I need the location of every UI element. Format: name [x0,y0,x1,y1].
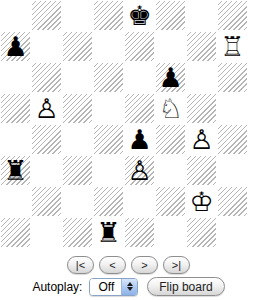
square-a3: ♜ [0,155,31,186]
square-g3 [186,155,217,186]
square-f4 [155,124,186,155]
square-h3 [217,155,248,186]
square-a6 [0,62,31,93]
square-h5 [217,93,248,124]
square-b1 [31,217,62,248]
square-e5 [124,93,155,124]
square-h1 [217,217,248,248]
piece-black-pawn: ♟ [124,124,155,155]
piece-white-pawn: ♙ [31,93,62,124]
square-c8 [62,0,93,31]
square-a7: ♟ [0,31,31,62]
piece-white-pawn: ♙ [186,124,217,155]
square-h7: ♖ [217,31,248,62]
square-c5 [62,93,93,124]
popup-stepper-icon [121,279,137,295]
go-next-button[interactable]: > [131,256,158,274]
square-g6 [186,62,217,93]
square-b7 [31,31,62,62]
square-d3 [93,155,124,186]
square-a5 [0,93,31,124]
square-b6 [31,62,62,93]
square-d5 [93,93,124,124]
square-a4 [0,124,31,155]
square-b8 [31,0,62,31]
square-f8 [155,0,186,31]
move-navigation: |< < > >| [0,256,257,274]
square-a8 [0,0,31,31]
square-g4: ♙ [186,124,217,155]
go-previous-button[interactable]: < [99,256,126,274]
square-g2: ♔ [186,186,217,217]
square-e8: ♚ [124,0,155,31]
square-d7 [93,31,124,62]
piece-black-king: ♚ [124,0,155,31]
square-d4 [93,124,124,155]
square-h8 [217,0,248,31]
square-g1 [186,217,217,248]
square-h6 [217,62,248,93]
autoplay-select[interactable]: Off [89,278,138,296]
piece-white-pawn: ♙ [124,155,155,186]
square-e6 [124,62,155,93]
square-g7 [186,31,217,62]
square-a2 [0,186,31,217]
autoplay-selected-value: Off [90,279,121,295]
square-c3 [62,155,93,186]
square-e3: ♙ [124,155,155,186]
square-b4 [31,124,62,155]
square-b3 [31,155,62,186]
flip-board-button[interactable]: Flip board [147,277,224,296]
chess-viewer: ♚♟♖♟♙♘♟♙♜♙♔♜ |< < > >| Autoplay: Off Fli… [0,0,257,300]
square-d1: ♜ [93,217,124,248]
go-first-button[interactable]: |< [67,256,94,274]
square-h4 [217,124,248,155]
square-c4 [62,124,93,155]
square-f2 [155,186,186,217]
square-d2 [93,186,124,217]
piece-white-king: ♔ [186,186,217,217]
autoplay-label: Autoplay: [32,280,82,294]
square-g5 [186,93,217,124]
piece-black-rook: ♜ [93,217,124,248]
piece-white-knight: ♘ [155,93,186,124]
square-g8 [186,0,217,31]
square-e1 [124,217,155,248]
go-last-button[interactable]: >| [163,256,190,274]
square-f6: ♟ [155,62,186,93]
piece-black-pawn: ♟ [155,62,186,93]
square-a1 [0,217,31,248]
square-c7 [62,31,93,62]
square-f5: ♘ [155,93,186,124]
square-f1 [155,217,186,248]
square-c2 [62,186,93,217]
square-c6 [62,62,93,93]
square-d8 [93,0,124,31]
square-b5: ♙ [31,93,62,124]
chess-board: ♚♟♖♟♙♘♟♙♜♙♔♜ [0,0,248,248]
square-e4: ♟ [124,124,155,155]
square-b2 [31,186,62,217]
square-e7 [124,31,155,62]
square-f3 [155,155,186,186]
piece-black-rook: ♜ [0,155,31,186]
piece-white-rook: ♖ [217,31,248,62]
options-row: Autoplay: Off Flip board [0,277,257,296]
square-f7 [155,31,186,62]
square-h2 [217,186,248,217]
square-d6 [93,62,124,93]
square-c1 [62,217,93,248]
square-e2 [124,186,155,217]
piece-black-pawn: ♟ [0,31,31,62]
